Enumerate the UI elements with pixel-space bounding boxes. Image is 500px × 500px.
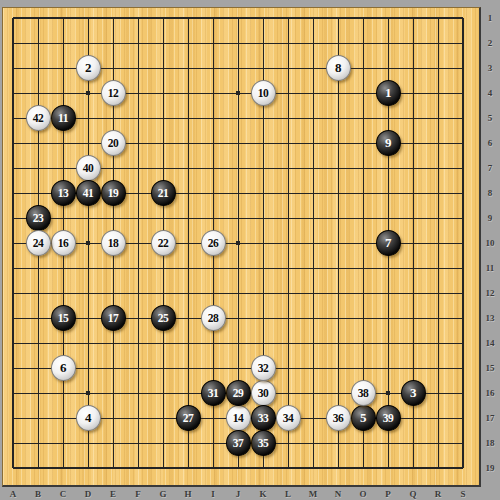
row-label-14: 14 — [482, 338, 498, 349]
column-label-I: I — [205, 489, 221, 500]
board-intersection-G10: 22 — [151, 231, 176, 256]
board-intersection-C10: 16 — [51, 231, 76, 256]
stone-white-move-12: 12 — [101, 80, 126, 106]
column-label-L: L — [280, 489, 296, 500]
board-intersection-Q16: 3 — [401, 381, 426, 406]
row-label-18: 18 — [482, 438, 498, 449]
row-label-10: 10 — [482, 238, 498, 249]
row-label-7: 7 — [482, 163, 498, 174]
row-label-8: 8 — [482, 188, 498, 199]
board-intersection-B9: 23 — [26, 206, 51, 231]
row-label-5: 5 — [482, 113, 498, 124]
stone-white-move-24: 24 — [26, 230, 51, 256]
board-intersection-E6: 20 — [101, 131, 126, 156]
board-intersection-D8: 41 — [76, 181, 101, 206]
stone-black-move-31: 31 — [201, 380, 226, 406]
board-intersection-J16: 29 — [226, 381, 251, 406]
stone-black-move-1: 1 — [376, 80, 401, 106]
board-intersection-G8: 21 — [151, 181, 176, 206]
board-intersection-E4: 12 — [101, 81, 126, 106]
stone-white-move-10: 10 — [251, 80, 276, 106]
board-intersection-B10: 24 — [26, 231, 51, 256]
stone-white-move-14: 14 — [226, 405, 251, 431]
stone-white-move-26: 26 — [201, 230, 226, 256]
column-label-N: N — [330, 489, 346, 500]
board-intersection-J18: 37 — [226, 431, 251, 456]
stone-white-move-20: 20 — [101, 130, 126, 156]
column-label-B: B — [30, 489, 46, 500]
board-intersection-D3: 2 — [76, 56, 101, 81]
row-label-17: 17 — [482, 413, 498, 424]
stone-black-move-3: 3 — [401, 380, 426, 406]
board-intersection-I16: 31 — [201, 381, 226, 406]
stone-black-move-29: 29 — [226, 380, 251, 406]
board-intersection-D7: 40 — [76, 156, 101, 181]
board-intersection-N17: 36 — [326, 406, 351, 431]
stone-white-move-38: 38 — [351, 380, 376, 406]
board-intersection-C8: 13 — [51, 181, 76, 206]
row-label-11: 11 — [482, 263, 498, 274]
stones-layer: 1234567891011121314151617181920212223242… — [1, 6, 476, 481]
stone-white-move-6: 6 — [51, 355, 76, 381]
stone-black-move-25: 25 — [151, 305, 176, 331]
stone-black-move-7: 7 — [376, 230, 401, 256]
board-intersection-J17: 14 — [226, 406, 251, 431]
column-label-C: C — [55, 489, 71, 500]
stone-black-move-13: 13 — [51, 180, 76, 206]
row-label-1: 1 — [482, 13, 498, 24]
stone-black-move-35: 35 — [251, 430, 276, 456]
stone-black-move-11: 11 — [51, 105, 76, 131]
stone-white-move-18: 18 — [101, 230, 126, 256]
board-intersection-K18: 35 — [251, 431, 276, 456]
row-label-6: 6 — [482, 138, 498, 149]
stone-black-move-17: 17 — [101, 305, 126, 331]
board-intersection-G13: 25 — [151, 306, 176, 331]
column-label-J: J — [230, 489, 246, 500]
board-intersection-P10: 7 — [376, 231, 401, 256]
board-intersection-K15: 32 — [251, 356, 276, 381]
row-label-9: 9 — [482, 213, 498, 224]
board-intersection-P6: 9 — [376, 131, 401, 156]
board-intersection-O16: 38 — [351, 381, 376, 406]
board-intersection-L17: 34 — [276, 406, 301, 431]
board-intersection-P17: 39 — [376, 406, 401, 431]
stone-white-move-42: 42 — [26, 105, 51, 131]
column-label-R: R — [430, 489, 446, 500]
board-intersection-K4: 10 — [251, 81, 276, 106]
column-label-K: K — [255, 489, 271, 500]
board-intersection-D17: 4 — [76, 406, 101, 431]
stone-black-move-23: 23 — [26, 205, 51, 231]
row-label-4: 4 — [482, 88, 498, 99]
board-intersection-H17: 27 — [176, 406, 201, 431]
stone-white-move-4: 4 — [76, 405, 101, 431]
stone-white-move-16: 16 — [51, 230, 76, 256]
column-label-H: H — [180, 489, 196, 500]
row-label-15: 15 — [482, 363, 498, 374]
stone-black-move-33: 33 — [251, 405, 276, 431]
stone-white-move-36: 36 — [326, 405, 351, 431]
board-intersection-O17: 5 — [351, 406, 376, 431]
column-label-Q: Q — [405, 489, 421, 500]
stone-black-move-39: 39 — [376, 405, 401, 431]
row-label-19: 19 — [482, 463, 498, 474]
row-label-12: 12 — [482, 288, 498, 299]
stone-white-move-32: 32 — [251, 355, 276, 381]
stone-black-move-9: 9 — [376, 130, 401, 156]
row-label-3: 3 — [482, 63, 498, 74]
board-intersection-E13: 17 — [101, 306, 126, 331]
column-label-A: A — [5, 489, 21, 500]
stone-black-move-41: 41 — [76, 180, 101, 206]
column-label-M: M — [305, 489, 321, 500]
board-intersection-C5: 11 — [51, 106, 76, 131]
row-label-13: 13 — [482, 313, 498, 324]
go-board: 1234567891011121314151617181920212223242… — [2, 7, 481, 487]
stone-white-move-30: 30 — [251, 380, 276, 406]
column-label-O: O — [355, 489, 371, 500]
board-intersection-E10: 18 — [101, 231, 126, 256]
row-label-16: 16 — [482, 388, 498, 399]
stone-white-move-2: 2 — [76, 55, 101, 81]
stone-white-move-22: 22 — [151, 230, 176, 256]
stone-black-move-37: 37 — [226, 430, 251, 456]
stone-black-move-5: 5 — [351, 405, 376, 431]
stone-white-move-28: 28 — [201, 305, 226, 331]
board-intersection-I10: 26 — [201, 231, 226, 256]
stone-white-move-34: 34 — [276, 405, 301, 431]
board-intersection-P4: 1 — [376, 81, 401, 106]
column-label-F: F — [130, 489, 146, 500]
board-intersection-C13: 15 — [51, 306, 76, 331]
board-intersection-I13: 28 — [201, 306, 226, 331]
board-frame: 1234567891011121314151617181920212223242… — [0, 0, 500, 500]
stone-white-move-8: 8 — [326, 55, 351, 81]
board-intersection-N3: 8 — [326, 56, 351, 81]
column-label-S: S — [455, 489, 471, 500]
column-label-D: D — [80, 489, 96, 500]
board-intersection-K16: 30 — [251, 381, 276, 406]
stone-black-move-27: 27 — [176, 405, 201, 431]
stone-black-move-19: 19 — [101, 180, 126, 206]
column-label-P: P — [380, 489, 396, 500]
column-label-E: E — [105, 489, 121, 500]
stone-black-move-15: 15 — [51, 305, 76, 331]
row-label-2: 2 — [482, 38, 498, 49]
board-intersection-E8: 19 — [101, 181, 126, 206]
board-intersection-K17: 33 — [251, 406, 276, 431]
stone-white-move-40: 40 — [76, 155, 101, 181]
stone-black-move-21: 21 — [151, 180, 176, 206]
board-intersection-C15: 6 — [51, 356, 76, 381]
column-label-G: G — [155, 489, 171, 500]
board-intersection-B5: 42 — [26, 106, 51, 131]
